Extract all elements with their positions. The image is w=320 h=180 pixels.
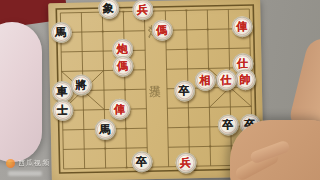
piece-red-advisor-2[interactable]: 仕 [215, 69, 236, 90]
watermark-subtext-blur [8, 171, 42, 176]
piece-ring [114, 58, 131, 75]
piece-ring [236, 70, 253, 87]
piece-ring [134, 1, 151, 18]
piece-ring [153, 22, 170, 39]
piece-black-horse-2[interactable]: 馬 [94, 118, 115, 139]
river-text-han-jie: 漢界 [148, 75, 161, 79]
piece-ring [233, 18, 250, 35]
piece-black-soldier-1[interactable]: 卒 [131, 151, 152, 172]
piece-ring [54, 102, 71, 119]
piece-black-soldier-2[interactable]: 卒 [173, 80, 194, 101]
piece-black-soldier-3[interactable]: 卒 [217, 114, 238, 135]
piece-red-chariot-2[interactable]: 俥 [109, 99, 130, 120]
piece-ring [177, 154, 194, 171]
piece-black-horse-1[interactable]: 馬 [50, 22, 71, 43]
piece-red-soldier-2[interactable]: 兵 [175, 152, 196, 173]
piece-ring [53, 82, 70, 99]
watermark-logo-icon [6, 159, 15, 168]
player-left-sleeve [0, 22, 42, 162]
piece-black-general[interactable]: 將 [70, 74, 91, 95]
piece-ring [111, 101, 128, 118]
video-frame: 楚河 漢界 馬象車將士馬卒卒卒卒兵傌俥炮傌仕帥仕相俥兵炮 西瓜视频 [0, 0, 320, 180]
watermark-text: 西瓜视频 [18, 158, 50, 168]
piece-red-general[interactable]: 帥 [234, 68, 255, 89]
piece-red-horse-1[interactable]: 傌 [151, 20, 172, 41]
piece-ring [72, 76, 89, 93]
piece-red-elephant[interactable]: 相 [194, 69, 215, 90]
piece-red-soldier-1[interactable]: 兵 [132, 0, 153, 20]
piece-ring [52, 24, 69, 41]
video-watermark: 西瓜视频 [6, 158, 50, 168]
piece-black-chariot[interactable]: 車 [51, 80, 72, 101]
piece-ring [196, 71, 213, 88]
piece-red-horse-2[interactable]: 傌 [112, 55, 133, 76]
piece-ring [133, 153, 150, 170]
piece-black-advisor[interactable]: 士 [52, 100, 73, 121]
piece-ring [217, 71, 234, 88]
piece-ring [219, 116, 236, 133]
piece-black-elephant[interactable]: 象 [98, 0, 119, 19]
piece-ring [96, 120, 113, 137]
piece-ring [175, 82, 192, 99]
piece-red-chariot-1[interactable]: 俥 [231, 16, 252, 37]
piece-ring [100, 0, 117, 17]
